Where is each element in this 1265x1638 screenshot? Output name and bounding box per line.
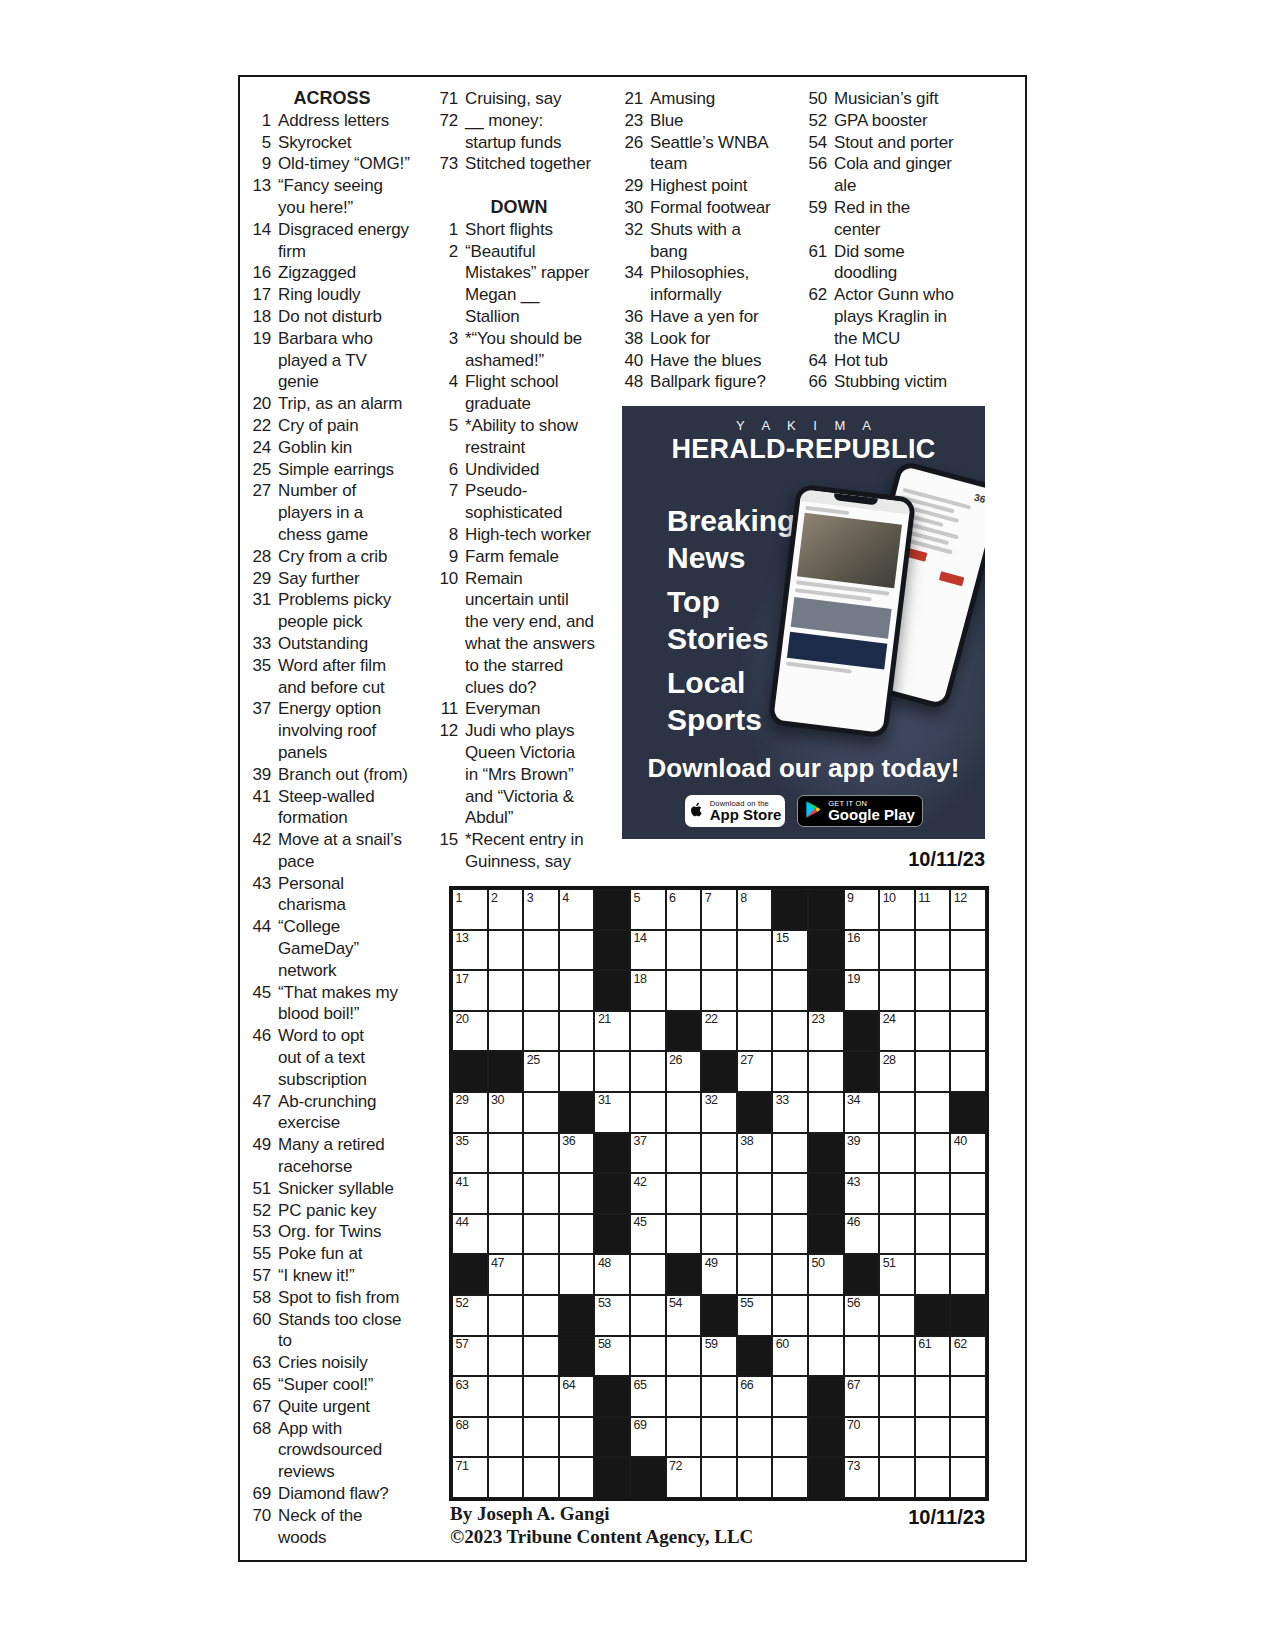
clue: 34Philosophies, informally: [622, 262, 786, 306]
grid-cell[interactable]: 31: [594, 1092, 630, 1133]
clue-text: Poke fun at: [278, 1243, 414, 1265]
grid-cell[interactable]: 49: [701, 1254, 737, 1295]
grid-cell[interactable]: [915, 930, 951, 971]
clue-list-header: DOWN: [437, 197, 601, 219]
grid-cell[interactable]: [559, 1457, 595, 1498]
grid-cell-black: [594, 970, 630, 1011]
grid-cell[interactable]: 30: [488, 1092, 524, 1133]
grid-cell[interactable]: [772, 970, 808, 1011]
grid-cell[interactable]: 35: [452, 1133, 488, 1174]
copyright-line: ©2023 Tribune Content Agency, LLC: [450, 1525, 753, 1548]
grid-cell[interactable]: [701, 1214, 737, 1255]
app-store-badge-big-text: App Store: [710, 807, 782, 822]
grid-cell[interactable]: [737, 930, 773, 971]
grid-cell[interactable]: 33: [772, 1092, 808, 1133]
grid-cell[interactable]: 27: [737, 1051, 773, 1092]
grid-cell[interactable]: [879, 1133, 915, 1174]
grid-cell[interactable]: [523, 1417, 559, 1458]
grid-cell[interactable]: 64: [559, 1376, 595, 1417]
grid-cell[interactable]: 4: [559, 889, 595, 930]
grid-cell[interactable]: [488, 1417, 524, 1458]
cell-number: 39: [847, 1135, 860, 1148]
grid-cell[interactable]: [666, 970, 702, 1011]
grid-cell[interactable]: [701, 1417, 737, 1458]
grid-cell[interactable]: [879, 930, 915, 971]
cell-number: 47: [491, 1257, 504, 1270]
clue-text: Judi who plays Queen Victoria in “Mrs Br…: [465, 720, 601, 829]
grid-cell[interactable]: [523, 1457, 559, 1498]
clue: 8High-tech worker: [437, 524, 601, 546]
clue-number: 57: [250, 1265, 271, 1287]
store-badges: Download on the App Store GET IT ON Goog…: [622, 795, 985, 827]
grid-cell[interactable]: 21: [594, 1011, 630, 1052]
grid-cell[interactable]: [879, 1214, 915, 1255]
app-store-badge[interactable]: Download on the App Store: [685, 795, 785, 827]
cell-number: 17: [456, 973, 469, 986]
clue-number: 29: [622, 175, 643, 197]
grid-cell[interactable]: 11: [915, 889, 951, 930]
grid-cell[interactable]: 52: [452, 1295, 488, 1336]
grid-cell[interactable]: [772, 1011, 808, 1052]
grid-cell[interactable]: 6: [666, 889, 702, 930]
grid-cell[interactable]: [666, 1376, 702, 1417]
cell-number: 59: [705, 1338, 718, 1351]
grid-cell[interactable]: 10: [879, 889, 915, 930]
grid-cell[interactable]: 56: [844, 1295, 880, 1336]
grid-cell[interactable]: 20: [452, 1011, 488, 1052]
grid-cell[interactable]: 68: [452, 1417, 488, 1458]
grid-cell[interactable]: 41: [452, 1173, 488, 1214]
clue: 21Amusing: [622, 88, 786, 110]
clue-text: Stitched together: [465, 153, 601, 175]
cell-number: 52: [456, 1297, 469, 1310]
grid-cell[interactable]: [915, 970, 951, 1011]
clue-text: Stubbing victim: [834, 371, 970, 393]
grid-cell[interactable]: [630, 1336, 666, 1377]
grid-cell[interactable]: [630, 1254, 666, 1295]
clue-number: 46: [250, 1025, 271, 1090]
clue-number: 21: [622, 88, 643, 110]
grid-cell[interactable]: 38: [737, 1133, 773, 1174]
grid-cell-black: [915, 1295, 951, 1336]
grid-cell[interactable]: 2: [488, 889, 524, 930]
clue-number: 1: [250, 110, 271, 132]
clue-text: Undivided: [465, 459, 601, 481]
grid-cell[interactable]: [950, 1011, 986, 1052]
grid-cell[interactable]: [488, 1011, 524, 1052]
grid-cell[interactable]: [915, 1376, 951, 1417]
grid-cell[interactable]: [737, 1214, 773, 1255]
grid-cell[interactable]: [559, 1051, 595, 1092]
grid-cell[interactable]: [488, 1336, 524, 1377]
clue: 32Shuts with a bang: [622, 219, 786, 263]
grid-cell-black: [594, 1133, 630, 1174]
clue-text: Short flights: [465, 219, 601, 241]
grid-cell[interactable]: [879, 1092, 915, 1133]
grid-cell[interactable]: [701, 1133, 737, 1174]
grid-cell[interactable]: [879, 1376, 915, 1417]
ad-benefit-line: Top Stories: [667, 583, 795, 657]
grid-cell[interactable]: [488, 1214, 524, 1255]
grid-cell[interactable]: 28: [879, 1051, 915, 1092]
grid-cell[interactable]: 44: [452, 1214, 488, 1255]
grid-cell[interactable]: [950, 1417, 986, 1458]
cell-number: 18: [633, 973, 646, 986]
grid-cell[interactable]: 36: [559, 1133, 595, 1174]
grid-cell[interactable]: [915, 1011, 951, 1052]
grid-cell[interactable]: 17: [452, 970, 488, 1011]
grid-cell[interactable]: [701, 1376, 737, 1417]
clue-number: 50: [806, 88, 827, 110]
grid-cell[interactable]: 43: [844, 1173, 880, 1214]
grid-cell[interactable]: [772, 1133, 808, 1174]
grid-cell[interactable]: 67: [844, 1376, 880, 1417]
grid-cell[interactable]: [772, 1417, 808, 1458]
grid-cell[interactable]: [915, 1417, 951, 1458]
google-play-badge-big-text: Google Play: [828, 807, 915, 822]
grid-cell[interactable]: [737, 1417, 773, 1458]
cell-number: 49: [705, 1257, 718, 1270]
grid-cell[interactable]: [737, 970, 773, 1011]
clue-text: Ballpark figure?: [650, 371, 786, 393]
clue: 19Barbara who played a TV genie: [250, 328, 414, 393]
grid-cell-black: [701, 1295, 737, 1336]
clue-text: Disgraced energy firm: [278, 219, 414, 263]
cell-number: 14: [633, 932, 646, 945]
grid-cell[interactable]: 40: [950, 1133, 986, 1174]
grid-cell[interactable]: [630, 1295, 666, 1336]
grid-cell[interactable]: 42: [630, 1173, 666, 1214]
cell-number: 45: [633, 1216, 646, 1229]
clue-number: 29: [250, 568, 271, 590]
grid-cell-black: [808, 1417, 844, 1458]
clue: 35Word after film and before cut: [250, 655, 414, 699]
grid-cell[interactable]: 63: [452, 1376, 488, 1417]
grid-cell[interactable]: 9: [844, 889, 880, 930]
grid-cell[interactable]: [915, 1092, 951, 1133]
grid-cell[interactable]: [772, 1295, 808, 1336]
grid-cell[interactable]: 16: [844, 930, 880, 971]
grid-cell[interactable]: [844, 1336, 880, 1377]
clue: 46Word to opt out of a text subscription: [250, 1025, 414, 1090]
grid-cell[interactable]: 50: [808, 1254, 844, 1295]
clue-number: 1: [437, 219, 458, 241]
grid-cell[interactable]: [737, 1457, 773, 1498]
grid-cell[interactable]: 45: [630, 1214, 666, 1255]
ad-cta: Download our app today!: [622, 753, 985, 784]
clue-number: 33: [250, 633, 271, 655]
grid-cell[interactable]: [950, 1254, 986, 1295]
grid-cell[interactable]: [488, 970, 524, 1011]
grid-cell[interactable]: 24: [879, 1011, 915, 1052]
grid-cell[interactable]: 37: [630, 1133, 666, 1174]
grid-cell[interactable]: 55: [737, 1295, 773, 1336]
clue-column-3: 21Amusing23Blue26Seattle’s WNBA team29Hi…: [622, 88, 786, 393]
grid-cell[interactable]: [559, 1011, 595, 1052]
clue-text: Snicker syllable: [278, 1178, 414, 1200]
grid-cell-black: [772, 889, 808, 930]
grid-cell[interactable]: [772, 1457, 808, 1498]
grid-cell[interactable]: 3: [523, 889, 559, 930]
grid-cell[interactable]: 47: [488, 1254, 524, 1295]
grid-cell[interactable]: [808, 1051, 844, 1092]
grid-cell-black: [701, 1051, 737, 1092]
grid-cell[interactable]: [915, 1457, 951, 1498]
grid-cell[interactable]: [666, 930, 702, 971]
grid-cell[interactable]: [559, 1214, 595, 1255]
grid-cell[interactable]: [559, 930, 595, 971]
grid-cell[interactable]: [879, 1295, 915, 1336]
grid-cell[interactable]: [666, 1336, 702, 1377]
grid-cell[interactable]: [488, 930, 524, 971]
grid-cell[interactable]: [559, 1254, 595, 1295]
clue-text: Pseudo- sophisticated: [465, 480, 601, 524]
grid-cell[interactable]: [737, 1011, 773, 1052]
grid-cell[interactable]: [594, 1051, 630, 1092]
clue-number: 47: [250, 1091, 271, 1135]
phone-front-screen: [773, 489, 910, 733]
grid-cell[interactable]: 69: [630, 1417, 666, 1458]
grid-cell[interactable]: [523, 1295, 559, 1336]
ad-brand-top: Y A K I M A: [622, 418, 985, 433]
grid-cell[interactable]: [950, 1173, 986, 1214]
grid-cell[interactable]: [772, 1254, 808, 1295]
clue: 17Ring loudly: [250, 284, 414, 306]
grid-cell[interactable]: [630, 1051, 666, 1092]
grid-cell[interactable]: 65: [630, 1376, 666, 1417]
clue: 37Energy option involving roof panels: [250, 698, 414, 763]
google-play-badge[interactable]: GET IT ON Google Play: [797, 795, 923, 827]
clue-text: Goblin kin: [278, 437, 414, 459]
grid-cell[interactable]: [523, 1133, 559, 1174]
grid-cell[interactable]: 59: [701, 1336, 737, 1377]
grid-cell[interactable]: 48: [594, 1254, 630, 1295]
grid-cell[interactable]: 26: [666, 1051, 702, 1092]
grid-cell[interactable]: [523, 1092, 559, 1133]
clue: 66Stubbing victim: [806, 371, 970, 393]
clue: 23Blue: [622, 110, 786, 132]
grid-cell[interactable]: 57: [452, 1336, 488, 1377]
grid-cell[interactable]: [879, 1173, 915, 1214]
clue-text: Outstanding: [278, 633, 414, 655]
clue: 58Spot to fish from: [250, 1287, 414, 1309]
grid-cell[interactable]: [879, 1417, 915, 1458]
grid-cell[interactable]: [915, 1133, 951, 1174]
grid-cell[interactable]: 5: [630, 889, 666, 930]
grid-cell[interactable]: [523, 1011, 559, 1052]
grid-cell[interactable]: 39: [844, 1133, 880, 1174]
grid-cell[interactable]: [772, 1376, 808, 1417]
grid-cell[interactable]: [488, 1295, 524, 1336]
clue-text: Cruising, say: [465, 88, 601, 110]
cell-number: 63: [456, 1379, 469, 1392]
grid-cell[interactable]: 1: [452, 889, 488, 930]
grid-cell[interactable]: 32: [701, 1092, 737, 1133]
grid-cell[interactable]: [666, 1092, 702, 1133]
grid-cell[interactable]: 73: [844, 1457, 880, 1498]
grid-cell[interactable]: [808, 1295, 844, 1336]
clue-number: 52: [250, 1200, 271, 1222]
clue-text: Word to opt out of a text subscription: [278, 1025, 414, 1090]
clue-number: 48: [622, 371, 643, 393]
grid-cell[interactable]: 34: [844, 1092, 880, 1133]
clue: 39Branch out (from): [250, 764, 414, 786]
grid-cell[interactable]: [772, 1214, 808, 1255]
grid-cell[interactable]: 61: [915, 1336, 951, 1377]
grid-cell[interactable]: [630, 1092, 666, 1133]
grid-cell[interactable]: 66: [737, 1376, 773, 1417]
grid-cell[interactable]: 62: [950, 1336, 986, 1377]
grid-cell[interactable]: [559, 1417, 595, 1458]
grid-cell[interactable]: 18: [630, 970, 666, 1011]
grid-cell[interactable]: 13: [452, 930, 488, 971]
clue: 52GPA booster: [806, 110, 970, 132]
grid-cell[interactable]: 53: [594, 1295, 630, 1336]
grid-cell[interactable]: [559, 970, 595, 1011]
grid-cell[interactable]: 19: [844, 970, 880, 1011]
clue-number: 2: [437, 241, 458, 328]
grid-cell[interactable]: [808, 1336, 844, 1377]
grid-cell[interactable]: [488, 1133, 524, 1174]
cell-number: 54: [669, 1297, 682, 1310]
clue-text: Problems picky people pick: [278, 589, 414, 633]
grid-cell[interactable]: [666, 1214, 702, 1255]
grid-cell[interactable]: [772, 1173, 808, 1214]
cell-number: 32: [705, 1094, 718, 1107]
grid-cell[interactable]: [950, 1376, 986, 1417]
clue-column-4: 50Musician’s gift52GPA booster54Stout an…: [806, 88, 970, 393]
grid-cell-black: [737, 1336, 773, 1377]
grid-cell-black: [808, 1173, 844, 1214]
grid-cell[interactable]: [737, 1254, 773, 1295]
grid-cell[interactable]: [701, 930, 737, 971]
grid-cell[interactable]: 54: [666, 1295, 702, 1336]
grid-cell[interactable]: 12: [950, 889, 986, 930]
clue-number: 15: [437, 829, 458, 873]
grid-cell[interactable]: [701, 1457, 737, 1498]
grid-cell-black: [594, 1457, 630, 1498]
grid-cell[interactable]: [523, 1254, 559, 1295]
grid-cell-black: [666, 1254, 702, 1295]
grid-cell[interactable]: 7: [701, 889, 737, 930]
grid-cell[interactable]: [523, 1376, 559, 1417]
cell-number: 67: [847, 1379, 860, 1392]
clue-text: “Fancy seeing you here!”: [278, 175, 414, 219]
clue: 72__ money: startup funds: [437, 110, 601, 154]
clue-number: 22: [250, 415, 271, 437]
grid-cell[interactable]: 25: [523, 1051, 559, 1092]
cell-number: 68: [456, 1419, 469, 1432]
grid-cell[interactable]: 14: [630, 930, 666, 971]
grid-cell[interactable]: 29: [452, 1092, 488, 1133]
grid-cell-black: [950, 1092, 986, 1133]
clue-text: Ab-crunching exercise: [278, 1091, 414, 1135]
grid-cell[interactable]: [950, 1214, 986, 1255]
clue: 33Outstanding: [250, 633, 414, 655]
grid-cell[interactable]: [488, 1457, 524, 1498]
grid-cell[interactable]: [879, 970, 915, 1011]
grid-cell[interactable]: 71: [452, 1457, 488, 1498]
clue-text: PC panic key: [278, 1200, 414, 1222]
grid-cell[interactable]: [879, 1457, 915, 1498]
grid-cell[interactable]: [559, 1173, 595, 1214]
grid-cell[interactable]: 23: [808, 1011, 844, 1052]
grid-cell[interactable]: 15: [772, 930, 808, 971]
grid-cell[interactable]: [630, 1011, 666, 1052]
grid-cell-black: [488, 1051, 524, 1092]
grid-cell[interactable]: 72: [666, 1457, 702, 1498]
clue-number: 42: [250, 829, 271, 873]
clue-text: Do not disturb: [278, 306, 414, 328]
grid-cell-black: [559, 1295, 595, 1336]
grid-cell[interactable]: [808, 1092, 844, 1133]
clue-text: “College GameDay” network: [278, 916, 414, 981]
grid-cell[interactable]: [915, 1051, 951, 1092]
grid-cell[interactable]: [879, 1336, 915, 1377]
grid-cell[interactable]: [950, 1457, 986, 1498]
grid-cell[interactable]: [523, 1173, 559, 1214]
grid-cell[interactable]: [915, 1173, 951, 1214]
grid-cell[interactable]: [523, 970, 559, 1011]
grid-cell[interactable]: [915, 1214, 951, 1255]
grid-cell[interactable]: 8: [737, 889, 773, 930]
grid-cell[interactable]: [488, 1173, 524, 1214]
grid-cell[interactable]: [701, 970, 737, 1011]
grid-cell[interactable]: 60: [772, 1336, 808, 1377]
clue-text: Word after film and before cut: [278, 655, 414, 699]
clue-text: Actor Gunn who plays Kraglin in the MCU: [834, 284, 970, 349]
clue: 67Quite urgent: [250, 1396, 414, 1418]
clue-number: 24: [250, 437, 271, 459]
grid-cell[interactable]: 46: [844, 1214, 880, 1255]
grid-cell[interactable]: [950, 930, 986, 971]
cell-number: 43: [847, 1176, 860, 1189]
grid-cell[interactable]: [950, 1051, 986, 1092]
clue: 5Skyrocket: [250, 132, 414, 154]
grid-cell[interactable]: 58: [594, 1336, 630, 1377]
grid-cell[interactable]: [666, 1133, 702, 1174]
grid-cell-black: [808, 1214, 844, 1255]
clue-number: 61: [806, 241, 827, 285]
clue-text: Number of players in a chess game: [278, 480, 414, 545]
grid-cell[interactable]: [950, 970, 986, 1011]
clue-text: Ring loudly: [278, 284, 414, 306]
grid-cell[interactable]: [523, 1214, 559, 1255]
grid-cell[interactable]: [701, 1173, 737, 1214]
clue: 25Simple earrings: [250, 459, 414, 481]
grid-cell[interactable]: [488, 1376, 524, 1417]
grid-cell-black: [950, 1295, 986, 1336]
grid-cell-black: [808, 889, 844, 930]
clue: 14Disgraced energy firm: [250, 219, 414, 263]
grid-cell[interactable]: 22: [701, 1011, 737, 1052]
grid-cell[interactable]: 51: [879, 1254, 915, 1295]
grid-cell[interactable]: 70: [844, 1417, 880, 1458]
grid-cell[interactable]: [737, 1173, 773, 1214]
cell-number: 23: [811, 1013, 824, 1026]
clue: 51Snicker syllable: [250, 1178, 414, 1200]
clue: 4Flight school graduate: [437, 371, 601, 415]
grid-cell[interactable]: [523, 930, 559, 971]
grid-cell[interactable]: [523, 1336, 559, 1377]
grid-cell-black: [630, 1457, 666, 1498]
grid-cell[interactable]: [666, 1417, 702, 1458]
grid-cell[interactable]: [915, 1254, 951, 1295]
clue-number: 19: [250, 328, 271, 393]
cell-number: 42: [633, 1176, 646, 1189]
grid-cell[interactable]: [772, 1051, 808, 1092]
grid-cell[interactable]: [666, 1173, 702, 1214]
